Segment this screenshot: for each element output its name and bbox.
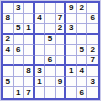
cell-r3c2[interactable]: 5 xyxy=(14,24,25,35)
cell-r1c3[interactable] xyxy=(24,3,35,14)
cell-digit: 3 xyxy=(16,4,20,12)
cell-r8c8[interactable] xyxy=(77,77,88,88)
cell-r4c3[interactable] xyxy=(24,35,35,46)
cell-r7c3[interactable]: 8 xyxy=(24,66,35,77)
cell-r4c9[interactable] xyxy=(87,35,98,46)
cell-r5c5[interactable] xyxy=(45,45,56,56)
cell-r6c1[interactable] xyxy=(3,56,14,67)
cell-r5c1[interactable]: 4 xyxy=(3,45,14,56)
cell-r6c7[interactable] xyxy=(66,56,77,67)
cell-r9c9[interactable] xyxy=(87,87,98,98)
cell-digit: 6 xyxy=(90,14,94,22)
cell-r7c8[interactable]: 4 xyxy=(77,66,88,77)
cell-digit: 2 xyxy=(6,35,10,43)
cell-digit: 6 xyxy=(48,56,52,64)
cell-r5c6[interactable] xyxy=(56,45,67,56)
cell-r7c2[interactable] xyxy=(14,66,25,77)
cell-r7c9[interactable] xyxy=(87,66,98,77)
cell-r7c1[interactable] xyxy=(3,66,14,77)
cell-r2c1[interactable]: 8 xyxy=(3,14,14,25)
cell-r8c7[interactable] xyxy=(66,77,77,88)
cell-r3c7[interactable]: 3 xyxy=(66,24,77,35)
cell-digit: 6 xyxy=(79,89,83,97)
cell-r1c5[interactable] xyxy=(45,3,56,14)
cell-r3c6[interactable]: 2 xyxy=(56,24,67,35)
cell-digit: 6 xyxy=(16,46,20,54)
cell-digit: 5 xyxy=(48,35,52,43)
sudoku-board: 392847651232546526783145193176 xyxy=(1,1,100,100)
cell-digit: 3 xyxy=(90,78,94,86)
cell-r6c6[interactable] xyxy=(56,56,67,67)
cell-r6c3[interactable] xyxy=(24,56,35,67)
cell-r9c3[interactable]: 7 xyxy=(24,87,35,98)
cell-digit: 1 xyxy=(69,67,73,75)
cell-digit: 5 xyxy=(79,46,83,54)
cell-r9c4[interactable] xyxy=(35,87,46,98)
cell-r2c5[interactable] xyxy=(45,14,56,25)
cell-r6c5[interactable]: 6 xyxy=(45,56,56,67)
cell-digit: 1 xyxy=(16,89,20,97)
cell-r7c7[interactable]: 1 xyxy=(66,66,77,77)
cell-r1c9[interactable] xyxy=(87,3,98,14)
cell-r4c8[interactable] xyxy=(77,35,88,46)
cell-r1c8[interactable]: 2 xyxy=(77,3,88,14)
cell-r8c1[interactable]: 5 xyxy=(3,77,14,88)
cell-digit: 5 xyxy=(16,24,20,32)
cell-r9c5[interactable] xyxy=(45,87,56,98)
cell-r2c6[interactable]: 7 xyxy=(56,14,67,25)
cell-r2c2[interactable] xyxy=(14,14,25,25)
cell-r6c2[interactable] xyxy=(14,56,25,67)
cell-r3c9[interactable] xyxy=(87,24,98,35)
cell-digit: 7 xyxy=(58,14,62,22)
cell-digit: 2 xyxy=(79,4,83,12)
cell-r7c4[interactable]: 3 xyxy=(35,66,46,77)
cell-r2c4[interactable]: 4 xyxy=(35,14,46,25)
cell-r9c2[interactable]: 1 xyxy=(14,87,25,98)
cell-r9c1[interactable] xyxy=(3,87,14,98)
cell-digit: 8 xyxy=(26,67,30,75)
cell-digit: 7 xyxy=(90,56,94,64)
cell-r4c5[interactable]: 5 xyxy=(45,35,56,46)
cell-r4c6[interactable] xyxy=(56,35,67,46)
cell-digit: 3 xyxy=(37,67,41,75)
cell-r2c9[interactable]: 6 xyxy=(87,14,98,25)
cell-r8c3[interactable] xyxy=(24,77,35,88)
cell-r5c2[interactable]: 6 xyxy=(14,45,25,56)
cell-r5c8[interactable]: 5 xyxy=(77,45,88,56)
cell-digit: 2 xyxy=(90,46,94,54)
cell-r4c2[interactable] xyxy=(14,35,25,46)
cell-r3c8[interactable] xyxy=(77,24,88,35)
cell-r5c3[interactable] xyxy=(24,45,35,56)
cell-r2c3[interactable] xyxy=(24,14,35,25)
cell-r9c6[interactable] xyxy=(56,87,67,98)
cell-r4c7[interactable] xyxy=(66,35,77,46)
cell-digit: 4 xyxy=(6,46,10,54)
cell-digit: 8 xyxy=(6,14,10,22)
cell-r7c6[interactable] xyxy=(56,66,67,77)
cell-r3c3[interactable]: 1 xyxy=(24,24,35,35)
cell-r8c2[interactable] xyxy=(14,77,25,88)
cell-r3c1[interactable] xyxy=(3,24,14,35)
cell-r8c6[interactable]: 9 xyxy=(56,77,67,88)
cell-r1c1[interactable] xyxy=(3,3,14,14)
cell-digit: 4 xyxy=(79,67,83,75)
cell-r1c4[interactable] xyxy=(35,3,46,14)
cell-r6c4[interactable] xyxy=(35,56,46,67)
cell-r5c4[interactable] xyxy=(35,45,46,56)
cell-digit: 3 xyxy=(69,24,73,32)
cell-r7c5[interactable] xyxy=(45,66,56,77)
cell-r5c9[interactable]: 2 xyxy=(87,45,98,56)
cell-r8c9[interactable]: 3 xyxy=(87,77,98,88)
cell-digit: 9 xyxy=(69,4,73,12)
cell-r4c1[interactable]: 2 xyxy=(3,35,14,46)
cell-r1c7[interactable]: 9 xyxy=(66,3,77,14)
cell-digit: 5 xyxy=(6,78,10,86)
cell-r9c7[interactable] xyxy=(66,87,77,98)
cell-digit: 4 xyxy=(37,14,41,22)
sudoku-page: 392847651232546526783145193176 xyxy=(0,0,101,101)
cell-r1c6[interactable] xyxy=(56,3,67,14)
cell-r2c8[interactable] xyxy=(77,14,88,25)
cell-digit: 2 xyxy=(58,24,62,32)
cell-r9c8[interactable]: 6 xyxy=(77,87,88,98)
cell-r6c9[interactable]: 7 xyxy=(87,56,98,67)
cell-r3c5[interactable] xyxy=(45,24,56,35)
cell-digit: 7 xyxy=(26,89,30,97)
cell-r8c4[interactable]: 1 xyxy=(35,77,46,88)
cell-r1c2[interactable]: 3 xyxy=(14,3,25,14)
cell-digit: 9 xyxy=(58,78,62,86)
cell-r4c4[interactable] xyxy=(35,35,46,46)
cell-r6c8[interactable] xyxy=(77,56,88,67)
cell-digit: 1 xyxy=(26,24,30,32)
cell-r5c7[interactable] xyxy=(66,45,77,56)
cell-r8c5[interactable] xyxy=(45,77,56,88)
cell-r2c7[interactable] xyxy=(66,14,77,25)
cell-digit: 1 xyxy=(37,78,41,86)
cell-r3c4[interactable] xyxy=(35,24,46,35)
